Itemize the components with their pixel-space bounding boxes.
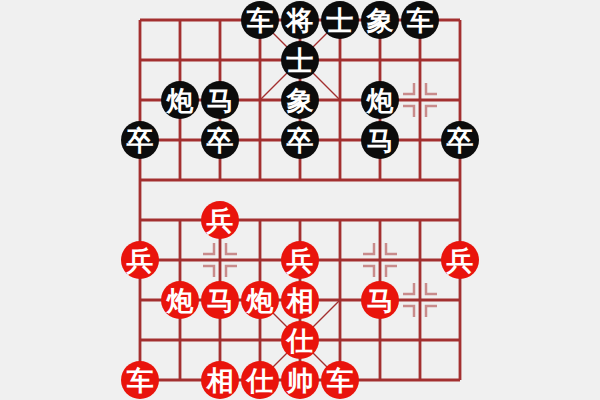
piece-black-elephant[interactable]: 象 — [281, 81, 319, 119]
piece-black-pawn[interactable]: 卒 — [441, 121, 479, 159]
piece-red-elephant[interactable]: 相 — [201, 361, 239, 399]
piece-red-pawn[interactable]: 兵 — [281, 241, 319, 279]
piece-red-pawn[interactable]: 兵 — [441, 241, 479, 279]
piece-black-elephant[interactable]: 象 — [361, 1, 399, 39]
piece-red-pawn[interactable]: 兵 — [201, 201, 239, 239]
piece-red-advisor[interactable]: 仕 — [281, 321, 319, 359]
piece-black-pawn[interactable]: 卒 — [121, 121, 159, 159]
piece-red-cannon[interactable]: 炮 — [241, 281, 279, 319]
piece-black-cannon[interactable]: 炮 — [161, 81, 199, 119]
piece-black-pawn[interactable]: 卒 — [281, 121, 319, 159]
piece-red-horse[interactable]: 马 — [361, 281, 399, 319]
piece-black-pawn[interactable]: 卒 — [201, 121, 239, 159]
piece-red-horse[interactable]: 马 — [201, 281, 239, 319]
piece-red-elephant[interactable]: 相 — [281, 281, 319, 319]
piece-black-advisor[interactable]: 士 — [321, 1, 359, 39]
pieces-layer: 车将士象车士炮马象炮卒卒卒马卒兵兵兵兵炮马炮相马仕车相仕帅车 — [120, 0, 480, 400]
piece-black-advisor[interactable]: 士 — [281, 41, 319, 79]
piece-black-chariot[interactable]: 车 — [241, 1, 279, 39]
piece-black-chariot[interactable]: 车 — [401, 1, 439, 39]
piece-red-chariot[interactable]: 车 — [121, 361, 159, 399]
piece-red-pawn[interactable]: 兵 — [121, 241, 159, 279]
piece-red-chariot[interactable]: 车 — [321, 361, 359, 399]
piece-black-cannon[interactable]: 炮 — [361, 81, 399, 119]
piece-red-advisor[interactable]: 仕 — [241, 361, 279, 399]
piece-red-cannon[interactable]: 炮 — [161, 281, 199, 319]
piece-black-horse[interactable]: 马 — [361, 121, 399, 159]
piece-red-king[interactable]: 帅 — [281, 361, 319, 399]
piece-black-horse[interactable]: 马 — [201, 81, 239, 119]
xiangqi-app: 车将士象车士炮马象炮卒卒卒马卒兵兵兵兵炮马炮相马仕车相仕帅车 — [0, 0, 600, 400]
piece-black-king[interactable]: 将 — [281, 1, 319, 39]
